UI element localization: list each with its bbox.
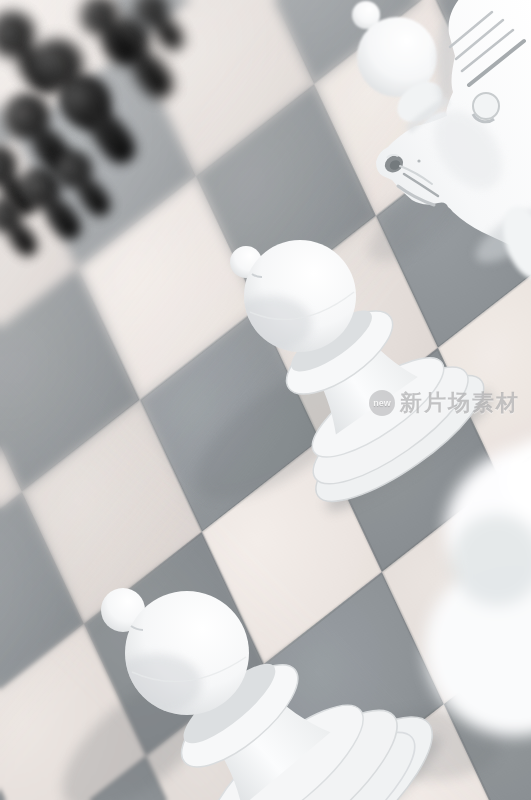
- photo-stage: new 新片场素材: [0, 0, 531, 800]
- chessboard: [0, 0, 531, 800]
